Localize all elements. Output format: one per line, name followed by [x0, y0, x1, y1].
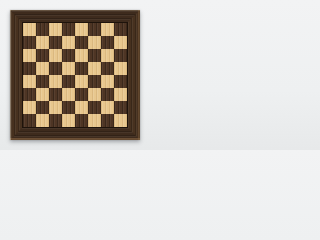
board-frame-left-rail [10, 10, 23, 140]
square-f2 [88, 101, 101, 114]
square-e7 [75, 36, 88, 49]
square-a5 [23, 62, 36, 75]
board-squares [23, 23, 127, 127]
square-g5 [101, 62, 114, 75]
square-g8 [101, 23, 114, 36]
square-g2 [101, 101, 114, 114]
square-c8 [49, 23, 62, 36]
square-b8 [36, 23, 49, 36]
square-h8 [114, 23, 127, 36]
square-a7 [23, 36, 36, 49]
square-b4 [36, 75, 49, 88]
square-e5 [75, 62, 88, 75]
square-a3 [23, 88, 36, 101]
square-c6 [49, 49, 62, 62]
square-b6 [36, 49, 49, 62]
square-f6 [88, 49, 101, 62]
square-d3 [62, 88, 75, 101]
square-e3 [75, 88, 88, 101]
square-c3 [49, 88, 62, 101]
square-e4 [75, 75, 88, 88]
square-d1 [62, 114, 75, 127]
square-a1 [23, 114, 36, 127]
square-b3 [36, 88, 49, 101]
square-c1 [49, 114, 62, 127]
square-b2 [36, 101, 49, 114]
square-f4 [88, 75, 101, 88]
square-f1 [88, 114, 101, 127]
square-g4 [101, 75, 114, 88]
square-g3 [101, 88, 114, 101]
square-f5 [88, 62, 101, 75]
square-h5 [114, 62, 127, 75]
square-d6 [62, 49, 75, 62]
square-a6 [23, 49, 36, 62]
square-g6 [101, 49, 114, 62]
square-d7 [62, 36, 75, 49]
square-e1 [75, 114, 88, 127]
square-a8 [23, 23, 36, 36]
square-d4 [62, 75, 75, 88]
square-h4 [114, 75, 127, 88]
square-e2 [75, 101, 88, 114]
square-e8 [75, 23, 88, 36]
square-a2 [23, 101, 36, 114]
square-h6 [114, 49, 127, 62]
square-e6 [75, 49, 88, 62]
chess-board [10, 10, 140, 140]
square-d5 [62, 62, 75, 75]
square-d8 [62, 23, 75, 36]
square-c7 [49, 36, 62, 49]
square-h2 [114, 101, 127, 114]
square-g7 [101, 36, 114, 49]
square-a4 [23, 75, 36, 88]
square-d2 [62, 101, 75, 114]
square-c5 [49, 62, 62, 75]
board-frame-top-rail [10, 10, 140, 23]
square-b7 [36, 36, 49, 49]
board-frame-bottom-rail [10, 127, 140, 140]
square-b5 [36, 62, 49, 75]
square-g1 [101, 114, 114, 127]
square-c4 [49, 75, 62, 88]
square-h3 [114, 88, 127, 101]
square-h7 [114, 36, 127, 49]
square-f8 [88, 23, 101, 36]
square-f7 [88, 36, 101, 49]
square-f3 [88, 88, 101, 101]
square-c2 [49, 101, 62, 114]
square-b1 [36, 114, 49, 127]
photo-background [0, 0, 150, 150]
square-h1 [114, 114, 127, 127]
board-frame-right-rail [127, 10, 140, 140]
